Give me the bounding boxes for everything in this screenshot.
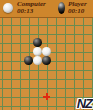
board-cell[interactable]	[15, 56, 24, 65]
board-cell[interactable]	[51, 65, 60, 74]
board-cell[interactable]	[60, 56, 69, 65]
board-cell[interactable]	[15, 92, 24, 101]
nz-logo: NZ	[77, 97, 92, 110]
board-cell[interactable]	[51, 101, 60, 110]
board-cell[interactable]	[33, 83, 42, 92]
board-cell[interactable]	[15, 74, 24, 83]
board-cell[interactable]	[69, 56, 78, 65]
board-cell[interactable]	[78, 56, 87, 65]
black-stone	[33, 38, 42, 47]
board-cell[interactable]	[24, 38, 33, 47]
board-cell[interactable]	[24, 101, 33, 110]
board-cell[interactable]	[6, 101, 15, 110]
board-cell[interactable]	[15, 38, 24, 47]
board-cell[interactable]	[51, 29, 60, 38]
board-cell[interactable]	[15, 65, 24, 74]
board-cell[interactable]	[42, 92, 51, 101]
board-cell[interactable]	[78, 47, 87, 56]
board-cell[interactable]	[87, 83, 93, 92]
board-cell[interactable]	[51, 20, 60, 29]
board-cell[interactable]	[69, 29, 78, 38]
board-cell[interactable]	[42, 38, 51, 47]
board-cell[interactable]	[78, 74, 87, 83]
player-clock: 00:10	[68, 8, 87, 15]
board-cell[interactable]	[78, 65, 87, 74]
board-cell[interactable]	[6, 56, 15, 65]
board-cell[interactable]	[51, 92, 60, 101]
board-cell[interactable]	[51, 83, 60, 92]
board-cell[interactable]	[69, 47, 78, 56]
board-cell[interactable]	[78, 29, 87, 38]
board-cell[interactable]	[87, 47, 93, 56]
board-cell[interactable]	[87, 20, 93, 29]
board-cell[interactable]	[6, 20, 15, 29]
board-cell[interactable]	[6, 83, 15, 92]
board-cell[interactable]	[24, 74, 33, 83]
board-cell[interactable]	[60, 20, 69, 29]
board-cell[interactable]	[33, 101, 42, 110]
board-cell[interactable]	[6, 38, 15, 47]
board-cell[interactable]	[6, 74, 15, 83]
board-cell[interactable]	[69, 83, 78, 92]
board-cell[interactable]	[69, 20, 78, 29]
board-cell[interactable]	[6, 47, 15, 56]
board-cell[interactable]	[24, 29, 33, 38]
board-cell[interactable]	[42, 56, 51, 65]
board-cell[interactable]	[60, 29, 69, 38]
board-cell[interactable]	[87, 74, 93, 83]
status-bar: Computer 00:13 Player 00:10	[0, 0, 93, 18]
board-cell[interactable]	[15, 29, 24, 38]
board-cell[interactable]	[33, 92, 42, 101]
board-cell[interactable]	[60, 92, 69, 101]
board-cell[interactable]	[33, 20, 42, 29]
white-stone-icon	[3, 3, 13, 13]
board-cell[interactable]	[24, 20, 33, 29]
board-cell[interactable]	[60, 65, 69, 74]
board-cell[interactable]	[15, 83, 24, 92]
board-cell[interactable]	[15, 101, 24, 110]
board-cell[interactable]	[51, 74, 60, 83]
board-cell[interactable]	[33, 65, 42, 74]
board-cell[interactable]	[78, 20, 87, 29]
board-cell[interactable]	[87, 38, 93, 47]
board-cell[interactable]	[51, 38, 60, 47]
board-cell[interactable]	[6, 65, 15, 74]
game-screen: Computer 00:13 Player 00:10 NZ	[0, 0, 93, 110]
board-cell[interactable]	[42, 47, 51, 56]
board-cell[interactable]	[42, 29, 51, 38]
board-cell[interactable]	[78, 83, 87, 92]
black-stone	[42, 56, 51, 65]
board-cell[interactable]	[24, 65, 33, 74]
board-cell[interactable]	[51, 56, 60, 65]
board-cell[interactable]	[42, 83, 51, 92]
board-cell[interactable]	[87, 56, 93, 65]
board-cell[interactable]	[33, 38, 42, 47]
board-cell[interactable]	[33, 29, 42, 38]
white-stone	[33, 47, 42, 56]
board-cell[interactable]	[15, 47, 24, 56]
board-cell[interactable]	[60, 83, 69, 92]
board-cell[interactable]	[78, 38, 87, 47]
board-cell[interactable]	[33, 47, 42, 56]
board-cell[interactable]	[87, 65, 93, 74]
board-cell[interactable]	[42, 65, 51, 74]
board-cell[interactable]	[24, 47, 33, 56]
board-cell[interactable]	[69, 65, 78, 74]
black-stone-icon	[58, 2, 65, 14]
board-cell[interactable]	[60, 74, 69, 83]
board-cell[interactable]	[60, 38, 69, 47]
board-cell[interactable]	[24, 56, 33, 65]
computer-status: Computer 00:13	[17, 1, 46, 15]
board-cell[interactable]	[42, 74, 51, 83]
white-stone	[33, 56, 42, 65]
white-stone	[42, 47, 51, 56]
computer-clock: 00:13	[17, 8, 46, 15]
board-cell[interactable]	[6, 29, 15, 38]
board-cell[interactable]	[42, 20, 51, 29]
board-cell[interactable]	[15, 20, 24, 29]
board-cell[interactable]	[24, 92, 33, 101]
board-cell[interactable]	[33, 74, 42, 83]
board-cell[interactable]	[69, 38, 78, 47]
board-cell[interactable]	[6, 92, 15, 101]
board-cell[interactable]	[24, 83, 33, 92]
black-stone	[24, 56, 33, 65]
board-cell[interactable]	[51, 47, 60, 56]
board-cell[interactable]	[69, 74, 78, 83]
board-cell[interactable]	[60, 47, 69, 56]
board-cell[interactable]	[33, 56, 42, 65]
cursor-crosshair	[43, 93, 50, 100]
player-status: Player 00:10	[68, 1, 87, 15]
board-cell[interactable]	[87, 29, 93, 38]
board-cell[interactable]	[60, 101, 69, 110]
board-cell[interactable]	[42, 101, 51, 110]
